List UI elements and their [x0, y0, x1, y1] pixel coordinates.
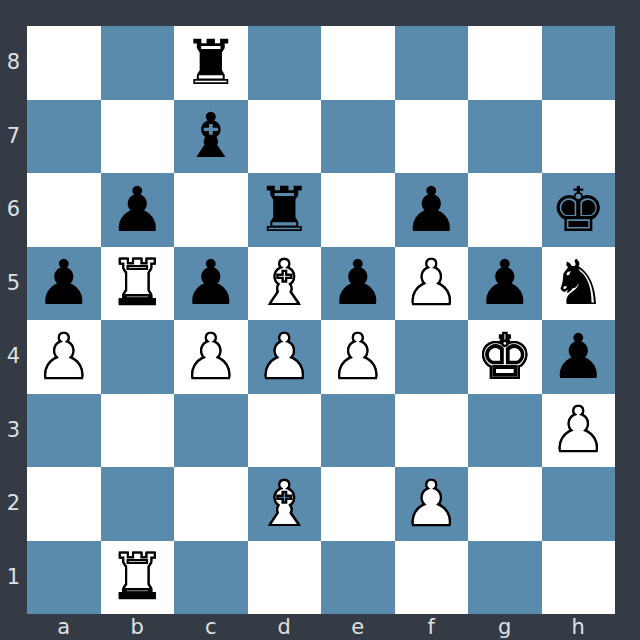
square-a8[interactable] [27, 26, 101, 100]
square-h6[interactable]: ♚ [542, 173, 616, 247]
square-h7[interactable] [542, 100, 616, 174]
square-d6[interactable]: ♜ [248, 173, 322, 247]
white-rook-b1[interactable]: ♜ [109, 546, 165, 608]
rank-label-7: 7 [0, 100, 27, 174]
square-g3[interactable] [468, 394, 542, 468]
square-g7[interactable] [468, 100, 542, 174]
square-f1[interactable] [395, 541, 469, 615]
black-pawn-h4[interactable]: ♟ [550, 326, 606, 388]
square-e1[interactable] [321, 541, 395, 615]
square-a2[interactable] [27, 467, 101, 541]
square-c4[interactable]: ♟ [174, 320, 248, 394]
square-c3[interactable] [174, 394, 248, 468]
square-h8[interactable] [542, 26, 616, 100]
white-bishop-d2[interactable]: ♝ [256, 473, 312, 535]
square-a5[interactable]: ♟ [27, 247, 101, 321]
square-h1[interactable] [542, 541, 616, 615]
black-pawn-e5[interactable]: ♟ [330, 252, 386, 314]
square-d8[interactable] [248, 26, 322, 100]
white-pawn-f2[interactable]: ♟ [403, 473, 459, 535]
square-g2[interactable] [468, 467, 542, 541]
black-rook-d6[interactable]: ♜ [256, 179, 312, 241]
square-g8[interactable] [468, 26, 542, 100]
square-g5[interactable]: ♟ [468, 247, 542, 321]
square-f3[interactable] [395, 394, 469, 468]
square-g1[interactable] [468, 541, 542, 615]
file-label-d: d [248, 614, 322, 640]
square-c6[interactable] [174, 173, 248, 247]
square-b3[interactable] [101, 394, 175, 468]
square-a7[interactable] [27, 100, 101, 174]
rank-label-5: 5 [0, 247, 27, 321]
white-pawn-d4[interactable]: ♟ [256, 326, 312, 388]
square-e8[interactable] [321, 26, 395, 100]
white-king-g4[interactable]: ♚ [477, 326, 533, 388]
black-rook-c8[interactable]: ♜ [183, 32, 239, 94]
black-pawn-f6[interactable]: ♟ [403, 179, 459, 241]
square-d3[interactable] [248, 394, 322, 468]
rank-label-3: 3 [0, 394, 27, 468]
rank-label-8: 8 [0, 26, 27, 100]
white-pawn-a4[interactable]: ♟ [36, 326, 92, 388]
file-label-e: e [321, 614, 395, 640]
black-pawn-c5[interactable]: ♟ [183, 252, 239, 314]
square-a6[interactable] [27, 173, 101, 247]
square-b7[interactable] [101, 100, 175, 174]
file-label-h: h [542, 614, 616, 640]
square-d1[interactable] [248, 541, 322, 615]
rank-label-2: 2 [0, 467, 27, 541]
square-c8[interactable]: ♜ [174, 26, 248, 100]
square-e5[interactable]: ♟ [321, 247, 395, 321]
square-f7[interactable] [395, 100, 469, 174]
square-f8[interactable] [395, 26, 469, 100]
black-pawn-g5[interactable]: ♟ [477, 252, 533, 314]
rank-label-1: 1 [0, 541, 27, 615]
square-b6[interactable]: ♟ [101, 173, 175, 247]
square-g4[interactable]: ♚ [468, 320, 542, 394]
black-pawn-a5[interactable]: ♟ [36, 252, 92, 314]
square-b8[interactable] [101, 26, 175, 100]
rank-label-6: 6 [0, 173, 27, 247]
square-e4[interactable]: ♟ [321, 320, 395, 394]
square-b5[interactable]: ♜ [101, 247, 175, 321]
square-c7[interactable]: ♝ [174, 100, 248, 174]
white-rook-b5[interactable]: ♜ [109, 252, 165, 314]
square-e6[interactable] [321, 173, 395, 247]
white-bishop-d5[interactable]: ♝ [256, 252, 312, 314]
square-f6[interactable]: ♟ [395, 173, 469, 247]
rank-labels: 87654321 [0, 26, 27, 614]
white-pawn-e4[interactable]: ♟ [330, 326, 386, 388]
square-d5[interactable]: ♝ [248, 247, 322, 321]
square-a3[interactable] [27, 394, 101, 468]
square-f4[interactable] [395, 320, 469, 394]
chess-board[interactable]: ♜♝♟♜♟♚♟♜♟♝♟♟♟♞♟♟♟♟♚♟♟♝♟♜ [27, 26, 615, 614]
white-pawn-c4[interactable]: ♟ [183, 326, 239, 388]
square-c2[interactable] [174, 467, 248, 541]
square-d7[interactable] [248, 100, 322, 174]
square-a1[interactable] [27, 541, 101, 615]
square-g6[interactable] [468, 173, 542, 247]
rank-label-4: 4 [0, 320, 27, 394]
square-b4[interactable] [101, 320, 175, 394]
file-label-a: a [27, 614, 101, 640]
black-bishop-c7[interactable]: ♝ [183, 105, 239, 167]
square-e7[interactable] [321, 100, 395, 174]
square-b1[interactable]: ♜ [101, 541, 175, 615]
square-f2[interactable]: ♟ [395, 467, 469, 541]
square-h5[interactable]: ♞ [542, 247, 616, 321]
file-label-b: b [101, 614, 175, 640]
square-h2[interactable] [542, 467, 616, 541]
black-king-h6[interactable]: ♚ [550, 179, 606, 241]
file-label-g: g [468, 614, 542, 640]
square-e3[interactable] [321, 394, 395, 468]
square-c1[interactable] [174, 541, 248, 615]
square-a4[interactable]: ♟ [27, 320, 101, 394]
black-knight-h5[interactable]: ♞ [550, 252, 606, 314]
square-h4[interactable]: ♟ [542, 320, 616, 394]
square-e2[interactable] [321, 467, 395, 541]
square-f5[interactable]: ♟ [395, 247, 469, 321]
file-labels: abcdefgh [27, 614, 615, 640]
square-h3[interactable]: ♟ [542, 394, 616, 468]
white-pawn-h3[interactable]: ♟ [550, 399, 606, 461]
file-label-c: c [174, 614, 248, 640]
white-pawn-f5[interactable]: ♟ [403, 252, 459, 314]
square-c5[interactable]: ♟ [174, 247, 248, 321]
square-d4[interactable]: ♟ [248, 320, 322, 394]
chess-board-app: 87654321 ♜♝♟♜♟♚♟♜♟♝♟♟♟♞♟♟♟♟♚♟♟♝♟♜ abcdef… [0, 0, 640, 640]
file-label-f: f [395, 614, 469, 640]
black-pawn-b6[interactable]: ♟ [109, 179, 165, 241]
square-d2[interactable]: ♝ [248, 467, 322, 541]
square-b2[interactable] [101, 467, 175, 541]
